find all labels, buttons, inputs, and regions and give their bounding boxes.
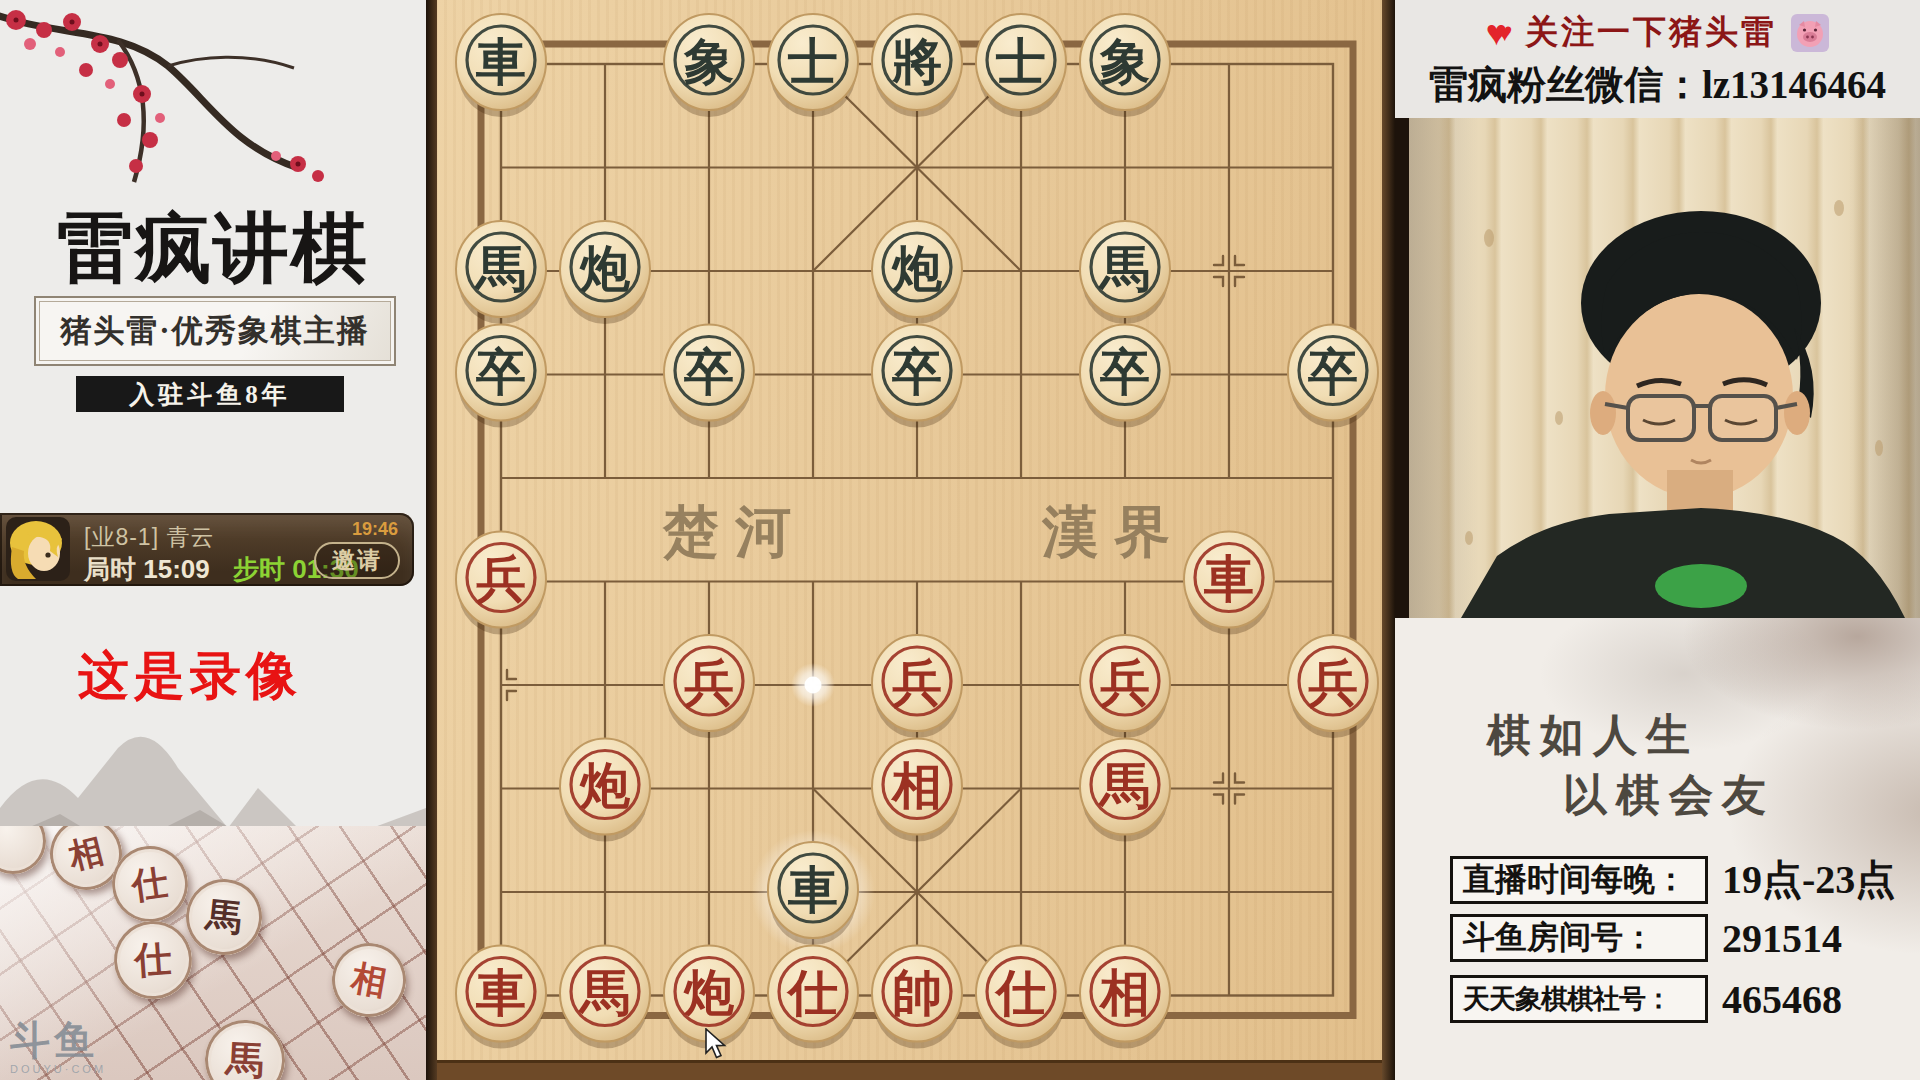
board-bottom-rail [437, 1060, 1382, 1080]
river-label: 漢界 [1041, 501, 1186, 563]
photo-piece [0, 826, 46, 874]
info-label: 斗鱼房间号： [1450, 914, 1708, 962]
svg-text:卒: 卒 [891, 342, 942, 401]
douyu-xiangqi-stream: 雷疯讲棋 猪头雷·优秀象棋主播 入驻斗鱼8年 [业8-1] 青云 19:46 局… [0, 0, 1920, 1080]
piece-red-advisor-5-9[interactable]: 仕 [976, 946, 1066, 1049]
svg-text:兵: 兵 [891, 653, 942, 712]
svg-text:炮: 炮 [578, 756, 631, 815]
piece-black-chariot-0-0[interactable]: 車 [456, 14, 546, 117]
piece-black-soldier-0-3[interactable]: 卒 [456, 325, 546, 428]
piece-red-chariot-0-9[interactable]: 車 [456, 946, 546, 1049]
photo-piece: 馬 [182, 875, 266, 959]
webcam-video [1395, 118, 1920, 618]
position-marker [1214, 277, 1223, 286]
river-label: 楚河 [662, 501, 807, 563]
svg-text:兵: 兵 [475, 549, 526, 608]
info-panel: 棋如人生 以棋会友 直播时间每晚： 19点-23点 斗鱼房间号： 291514 … [1395, 618, 1920, 1080]
piece-red-soldier-6-6[interactable]: 兵 [1080, 635, 1170, 738]
svg-text:兵: 兵 [683, 653, 734, 712]
piece-red-general-4-9[interactable]: 帥 [872, 946, 962, 1049]
streamer-person [1461, 211, 1905, 618]
player-avatar[interactable] [6, 517, 70, 581]
piece-black-cannon-4-2[interactable]: 炮 [872, 221, 962, 324]
piece-black-chariot-3-8[interactable]: 車 [751, 830, 875, 954]
piece-black-soldier-2-3[interactable]: 卒 [664, 325, 754, 428]
svg-text:馬: 馬 [1098, 756, 1150, 815]
svg-text:馬: 馬 [578, 963, 630, 1022]
svg-text:象: 象 [1099, 32, 1150, 91]
info-row-room: 斗鱼房间号： 291514 [1450, 914, 1842, 962]
photo-piece: 相 [326, 937, 412, 1023]
piece-black-general-4-0[interactable]: 將 [872, 14, 962, 117]
follow-banner: ♥♥ 关注一下猪头雷 雷疯粉丝微信：lz13146464 [1395, 0, 1920, 118]
svg-text:馬: 馬 [1098, 239, 1150, 298]
piece-black-advisor-3-0[interactable]: 士 [768, 14, 858, 117]
svg-text:相: 相 [890, 756, 942, 815]
piece-black-soldier-6-3[interactable]: 卒 [1080, 325, 1170, 428]
info-row-schedule: 直播时间每晚： 19点-23点 [1450, 852, 1895, 907]
physical-board-photo: 相 仕 馬 仕 相 馬 斗鱼 DOUYU·COM [0, 826, 426, 1080]
piece-red-elephant-4-7[interactable]: 相 [872, 739, 962, 842]
douyu-watermark: 斗鱼 DOUYU·COM [10, 1020, 106, 1075]
svg-text:炮: 炮 [578, 239, 631, 298]
piece-black-soldier-4-3[interactable]: 卒 [872, 325, 962, 428]
piece-red-soldier-8-6[interactable]: 兵 [1288, 635, 1378, 738]
streamer-subtitle-box: 猪头雷·优秀象棋主播 [34, 296, 396, 366]
game-time-value: 15:09 [143, 554, 210, 584]
svg-text:卒: 卒 [1099, 342, 1150, 401]
svg-text:象: 象 [683, 32, 734, 91]
piece-black-cannon-1-2[interactable]: 炮 [560, 221, 650, 324]
left-panel: 雷疯讲棋 猪头雷·优秀象棋主播 入驻斗鱼8年 [业8-1] 青云 19:46 局… [0, 0, 426, 1080]
position-marker [507, 670, 516, 679]
svg-text:相: 相 [1098, 963, 1150, 1022]
info-value: 19点-23点 [1722, 852, 1895, 907]
svg-text:兵: 兵 [1307, 653, 1358, 712]
position-marker [1214, 256, 1223, 265]
piece-red-soldier-4-6[interactable]: 兵 [872, 635, 962, 738]
svg-text:將: 將 [891, 32, 942, 91]
svg-text:車: 車 [787, 860, 838, 919]
position-marker [1235, 795, 1244, 804]
board-left-edge [426, 0, 437, 1080]
svg-text:車: 車 [475, 963, 526, 1022]
svg-text:士: 士 [787, 32, 838, 91]
douyu-years-banner: 入驻斗鱼8年 [76, 376, 344, 412]
svg-text:兵: 兵 [1099, 653, 1150, 712]
svg-text:卒: 卒 [475, 342, 526, 401]
info-value: 465468 [1722, 976, 1842, 1023]
piece-black-soldier-8-3[interactable]: 卒 [1288, 325, 1378, 428]
info-value: 291514 [1722, 915, 1842, 962]
piece-black-elephant-2-0[interactable]: 象 [664, 14, 754, 117]
wechat-line: 雷疯粉丝微信：lz13146464 [1395, 58, 1920, 112]
svg-text:仕: 仕 [994, 963, 1046, 1022]
calligraphy-line: 以棋会友 [1563, 766, 1775, 825]
photo-piece: 仕 [111, 918, 194, 1001]
svg-text:卒: 卒 [1307, 342, 1358, 401]
streamer-subtitle: 猪头雷·优秀象棋主播 [60, 310, 369, 352]
right-panel: ♥♥ 关注一下猪头雷 雷疯粉丝微信：lz13146464 [1395, 0, 1920, 1080]
game-time-label: 局时 [84, 554, 136, 584]
position-marker [1235, 277, 1244, 286]
follow-line: ♥♥ 关注一下猪头雷 [1395, 10, 1920, 55]
piece-black-elephant-6-0[interactable]: 象 [1080, 14, 1170, 117]
calligraphy-line: 棋如人生 [1487, 706, 1699, 765]
piece-red-soldier-0-5[interactable]: 兵 [456, 532, 546, 635]
piece-red-horse-6-7[interactable]: 馬 [1080, 739, 1170, 842]
info-row-club: 天天象棋棋社号： 465468 [1450, 975, 1842, 1023]
svg-text:馬: 馬 [474, 239, 526, 298]
photo-piece: 馬 [203, 1018, 287, 1080]
position-marker [1235, 256, 1244, 265]
piece-black-horse-0-2[interactable]: 馬 [456, 221, 546, 324]
svg-text:帥: 帥 [892, 963, 942, 1022]
stream-clock: 19:46 [352, 519, 398, 540]
heart-icon: ♥ [1497, 17, 1512, 47]
piece-red-advisor-3-9[interactable]: 仕 [768, 946, 858, 1049]
svg-text:炮: 炮 [890, 239, 943, 298]
svg-text:車: 車 [475, 32, 526, 91]
svg-text:士: 士 [995, 32, 1046, 91]
position-marker [1214, 795, 1223, 804]
svg-text:車: 車 [1203, 549, 1254, 608]
board-right-edge [1382, 0, 1395, 1080]
piece-red-horse-1-9[interactable]: 馬 [560, 946, 650, 1049]
piece-red-cannon-1-7[interactable]: 炮 [560, 739, 650, 842]
piece-red-soldier-2-6[interactable]: 兵 [664, 635, 754, 738]
svg-text:卒: 卒 [683, 342, 734, 401]
xiangqi-board-panel: 楚河漢界車象士將士象馬炮炮馬卒卒卒卒卒車兵車兵兵兵兵炮相馬車馬炮仕帥仕相 [426, 0, 1395, 1080]
info-label: 天天象棋棋社号： [1450, 975, 1708, 1023]
plum-blossom-art [0, 0, 426, 230]
piece-red-elephant-6-9[interactable]: 相 [1080, 946, 1170, 1049]
position-marker [507, 691, 516, 700]
step-time-label: 步时 [233, 554, 285, 584]
mouse-cursor [705, 1028, 731, 1062]
info-label: 直播时间每晚： [1450, 856, 1708, 904]
follow-text: 关注一下猪头雷 [1525, 14, 1777, 50]
pig-emoji-icon [1791, 14, 1829, 52]
player-name: [业8-1] 青云 [84, 522, 214, 553]
piece-red-chariot-7-5[interactable]: 車 [1184, 532, 1274, 635]
svg-text:仕: 仕 [786, 963, 838, 1022]
svg-text:炮: 炮 [682, 963, 735, 1022]
channel-title: 雷疯讲棋 [0, 198, 426, 301]
streamer-figure [1409, 118, 1920, 618]
piece-black-advisor-5-0[interactable]: 士 [976, 14, 1066, 117]
xiangqi-board[interactable]: 楚河漢界車象士將士象馬炮炮馬卒卒卒卒卒車兵車兵兵兵兵炮相馬車馬炮仕帥仕相 [435, 0, 1382, 1080]
piece-black-horse-6-2[interactable]: 馬 [1080, 221, 1170, 324]
player-info-bar: [业8-1] 青云 19:46 局时 15:09 步时 01:30 邀请 [0, 513, 414, 586]
position-marker [1214, 774, 1223, 783]
invite-button[interactable]: 邀请 [314, 542, 400, 579]
position-marker [1235, 774, 1244, 783]
